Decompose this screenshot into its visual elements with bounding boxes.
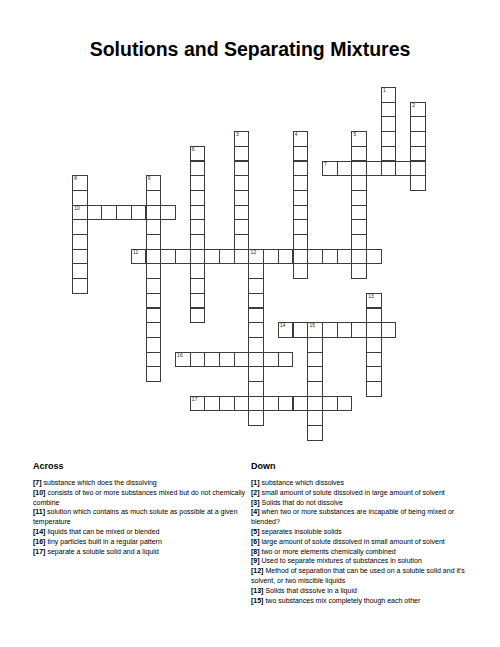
grid-cell[interactable] (410, 116, 426, 132)
grid-cell[interactable] (307, 410, 323, 426)
grid-cell[interactable] (307, 381, 323, 397)
grid-cell[interactable] (293, 396, 309, 412)
grid-cell[interactable] (381, 131, 397, 147)
clue-number: 16 (177, 353, 183, 358)
grid-cell[interactable]: 14 (278, 322, 294, 338)
grid-cell[interactable] (234, 175, 250, 191)
clue-text: Used to separate mixtures of substances … (262, 557, 422, 564)
grid-cell[interactable] (219, 249, 235, 265)
clue-number: 4 (295, 132, 298, 137)
clue-3: [3] Solids that do not dissolve (251, 498, 471, 508)
grid-cell[interactable] (190, 249, 206, 265)
grid-cell[interactable] (234, 352, 250, 368)
grid-cell[interactable]: 7 (322, 161, 338, 177)
grid-cell[interactable] (351, 146, 367, 162)
grid-cell[interactable] (293, 175, 309, 191)
grid-cell[interactable] (248, 337, 264, 353)
grid-cell[interactable] (234, 234, 250, 250)
clue-number: 3 (236, 132, 239, 137)
clue-16: [16] tiny particles built in a regular p… (33, 537, 246, 547)
clue-text: liquids that can be mixed or blended (47, 528, 159, 535)
grid-cell[interactable]: 17 (190, 396, 206, 412)
grid-cell[interactable] (234, 146, 250, 162)
clue-text: two or more elements chemically combined (262, 548, 396, 555)
clue-label: [16] (33, 538, 45, 545)
clue-text: substance which does the dissolving (44, 479, 157, 486)
clue-text: when two or more substances are incapabl… (251, 508, 454, 525)
clue-number: 11 (133, 250, 138, 255)
grid-cell[interactable] (293, 263, 309, 279)
grid-cell[interactable] (234, 161, 250, 177)
clue-13: [13] Solids that dissolve in a liquid (251, 586, 471, 596)
grid-cell[interactable] (146, 366, 162, 382)
grid-cell[interactable] (307, 337, 323, 353)
grid-cell[interactable] (160, 249, 176, 265)
grid-cell[interactable] (263, 249, 279, 265)
grid-cell[interactable]: 11 (131, 249, 147, 265)
clue-5: [5] separates insoluble solids (251, 527, 471, 537)
clue-15: [15] two substances mix completely thoug… (251, 596, 471, 606)
grid-cell[interactable]: 9 (146, 175, 162, 191)
grid-cell[interactable] (248, 308, 264, 324)
clue-number: 1 (383, 88, 386, 93)
grid-cell[interactable] (381, 116, 397, 132)
clue-label: [10] (33, 489, 45, 496)
grid-cell[interactable] (366, 249, 382, 265)
grid-cell[interactable] (190, 293, 206, 309)
clue-14: [14] liquids that can be mixed or blende… (33, 527, 246, 537)
grid-cell[interactable] (146, 249, 162, 265)
clue-9: [9] Used to separate mixtures of substan… (251, 556, 471, 566)
grid-cell[interactable] (190, 278, 206, 294)
grid-cell[interactable] (351, 190, 367, 206)
grid-cell[interactable] (366, 352, 382, 368)
grid-cell[interactable]: 13 (366, 293, 382, 309)
grid-cell[interactable] (278, 396, 294, 412)
clue-text: Solids that do not dissolve (262, 499, 343, 506)
grid-cell[interactable] (293, 322, 309, 338)
clue-text: substance which dissolves (262, 479, 345, 486)
clue-label: [14] (33, 528, 45, 535)
grid-cell[interactable] (72, 278, 88, 294)
clue-text: Method of separation that can be used on… (251, 567, 465, 584)
clue-number: 15 (309, 323, 315, 328)
grid-cell[interactable] (307, 425, 323, 441)
grid-cell[interactable] (410, 161, 426, 177)
grid-cell[interactable] (234, 190, 250, 206)
clue-8: [8] two or more elements chemically comb… (251, 547, 471, 557)
clue-label: [12] (251, 567, 263, 574)
clue-label: [8] (251, 548, 260, 555)
grid-cell[interactable] (293, 161, 309, 177)
grid-cell[interactable]: 6 (190, 146, 206, 162)
clue-number: 7 (324, 162, 327, 167)
clue-number: 9 (148, 176, 151, 181)
grid-cell[interactable]: 2 (410, 102, 426, 118)
clue-text: two substances mix completely though eac… (265, 597, 420, 604)
grid-cell[interactable] (337, 322, 353, 338)
grid-cell[interactable] (293, 205, 309, 221)
clue-label: [6] (251, 538, 260, 545)
grid-cell[interactable] (72, 234, 88, 250)
clue-number: 13 (368, 294, 374, 299)
clue-number: 6 (192, 147, 195, 152)
clue-text: Solids that dissolve in a liquid (265, 587, 356, 594)
grid-cell[interactable] (337, 396, 353, 412)
clue-number: 12 (251, 250, 257, 255)
grid-cell[interactable] (263, 396, 279, 412)
grid-cell[interactable] (307, 249, 323, 265)
clue-text: solution which contains as much solute a… (33, 508, 237, 525)
grid-cell[interactable] (351, 205, 367, 221)
across-clue-list: [7] substance which does the dissolving[… (33, 478, 246, 556)
clue-text: small amount of solute dissolved in larg… (262, 489, 445, 496)
grid-cell[interactable] (234, 205, 250, 221)
clue-text: large amount of solute dissolved in smal… (262, 538, 445, 545)
grid-cell[interactable] (307, 366, 323, 382)
grid-cell[interactable] (101, 205, 117, 221)
grid-cell[interactable] (146, 219, 162, 235)
grid-cell[interactable] (248, 396, 264, 412)
grid-cell[interactable] (366, 322, 382, 338)
grid-cell[interactable] (190, 308, 206, 324)
grid-cell[interactable] (337, 161, 353, 177)
clue-17: [17] separate a soluble solid and a liqu… (33, 547, 246, 557)
clue-12: [12] Method of separation that can be us… (251, 566, 471, 586)
grid-cell[interactable]: 4 (293, 131, 309, 147)
grid-cell[interactable] (190, 161, 206, 177)
clue-label: [5] (251, 528, 260, 535)
grid-cell[interactable] (381, 161, 397, 177)
grid-cell[interactable] (351, 234, 367, 250)
grid-cell[interactable] (219, 352, 235, 368)
grid-cell[interactable] (190, 219, 206, 235)
grid-cell[interactable] (146, 293, 162, 309)
grid-cell[interactable]: 10 (72, 205, 88, 221)
across-header: Across (33, 461, 246, 471)
grid-cell[interactable] (248, 293, 264, 309)
grid-cell[interactable] (190, 234, 206, 250)
grid-cell[interactable] (351, 219, 367, 235)
grid-cell[interactable] (146, 205, 162, 221)
grid-cell[interactable] (293, 249, 309, 265)
grid-cell[interactable] (381, 322, 397, 338)
grid-cell[interactable] (146, 352, 162, 368)
grid-cell[interactable] (72, 190, 88, 206)
clue-label: [3] (251, 499, 260, 506)
clue-text: consists of two or more substances mixed… (33, 489, 245, 506)
grid-cell[interactable] (278, 352, 294, 368)
clue-text: separate a soluble solid and a liquid (47, 548, 158, 555)
clue-11: [11] solution which contains as much sol… (33, 507, 246, 527)
grid-cell[interactable] (72, 219, 88, 235)
grid-cell[interactable] (381, 146, 397, 162)
clue-label: [4] (251, 508, 260, 515)
grid-cell[interactable] (204, 352, 220, 368)
grid-cell[interactable] (190, 263, 206, 279)
grid-cell[interactable] (366, 161, 382, 177)
clue-number: 8 (74, 176, 77, 181)
clue-label: [2] (251, 489, 260, 496)
grid-cell[interactable] (366, 337, 382, 353)
grid-cell[interactable] (190, 352, 206, 368)
grid-cell[interactable] (351, 249, 367, 265)
grid-cell[interactable]: 15 (307, 322, 323, 338)
grid-cell[interactable] (146, 234, 162, 250)
grid-cell[interactable] (307, 396, 323, 412)
clue-label: [7] (33, 479, 42, 486)
grid-cell[interactable] (190, 205, 206, 221)
grid-cell[interactable] (322, 322, 338, 338)
grid-cell[interactable] (351, 263, 367, 279)
grid-cell[interactable]: 12 (248, 249, 264, 265)
grid-cell[interactable] (146, 263, 162, 279)
grid-cell[interactable] (366, 366, 382, 382)
grid-cell[interactable] (278, 249, 294, 265)
grid-cell[interactable] (190, 175, 206, 191)
grid-cell[interactable] (395, 161, 411, 177)
crossword-grid: 1234567891011121314151617 (72, 87, 426, 441)
grid-cell[interactable] (131, 205, 147, 221)
grid-cell[interactable] (234, 396, 250, 412)
clue-number: 2 (412, 103, 415, 108)
grid-cell[interactable]: 3 (234, 131, 250, 147)
clue-label: [9] (251, 557, 260, 564)
grid-cell[interactable] (146, 322, 162, 338)
grid-cell[interactable]: 1 (381, 87, 397, 103)
clue-label: [1] (251, 479, 260, 486)
down-header: Down (251, 461, 471, 471)
grid-cell[interactable] (307, 352, 323, 368)
grid-cell[interactable] (116, 205, 132, 221)
grid-cell[interactable]: 5 (351, 131, 367, 147)
grid-cell[interactable] (366, 308, 382, 324)
clue-10: [10] consists of two or more substances … (33, 488, 246, 508)
clue-number: 10 (74, 206, 80, 211)
puzzle-page: Solutions and Separating Mixtures 123456… (0, 0, 500, 647)
grid-cell[interactable] (410, 175, 426, 191)
grid-cell[interactable] (248, 381, 264, 397)
grid-cell[interactable] (322, 396, 338, 412)
grid-cell[interactable] (248, 263, 264, 279)
clue-2: [2] small amount of solute dissolved in … (251, 488, 471, 498)
clue-text: separates insoluble solids (262, 528, 342, 535)
grid-cell[interactable] (248, 352, 264, 368)
grid-cell[interactable] (351, 175, 367, 191)
grid-cell[interactable] (248, 278, 264, 294)
grid-cell[interactable] (160, 205, 176, 221)
grid-cell[interactable] (190, 190, 206, 206)
clue-1: [1] substance which dissolves (251, 478, 471, 488)
grid-cell[interactable] (146, 278, 162, 294)
grid-cell[interactable] (248, 410, 264, 426)
grid-cell[interactable] (248, 366, 264, 382)
grid-cell[interactable] (293, 190, 309, 206)
clue-label: [15] (251, 597, 263, 604)
grid-cell[interactable] (293, 146, 309, 162)
grid-cell[interactable] (293, 219, 309, 235)
clue-number: 14 (280, 323, 286, 328)
down-clue-list: [1] substance which dissolves[2] small a… (251, 478, 471, 605)
grid-cell[interactable] (204, 249, 220, 265)
down-clues-section: Down [1] substance which dissolves[2] sm… (251, 461, 471, 605)
grid-cell[interactable] (87, 205, 103, 221)
grid-cell[interactable] (351, 322, 367, 338)
clue-label: [11] (33, 508, 45, 515)
clue-number: 5 (353, 132, 356, 137)
grid-cell[interactable] (337, 249, 353, 265)
grid-cell[interactable] (263, 352, 279, 368)
clue-4: [4] when two or more substances are inca… (251, 507, 471, 527)
grid-cell[interactable] (234, 219, 250, 235)
grid-cell[interactable] (146, 308, 162, 324)
grid-cell[interactable] (248, 322, 264, 338)
grid-cell[interactable] (410, 131, 426, 147)
clue-text: tiny particles built in a regular patter… (47, 538, 161, 545)
grid-cell[interactable] (351, 161, 367, 177)
clue-number: 17 (192, 397, 198, 402)
clue-label: [13] (251, 587, 263, 594)
grid-cell[interactable] (410, 146, 426, 162)
clue-label: [17] (33, 548, 45, 555)
grid-cell[interactable] (293, 234, 309, 250)
puzzle-title: Solutions and Separating Mixtures (0, 38, 500, 61)
grid-cell[interactable] (219, 396, 235, 412)
grid-cell[interactable] (204, 396, 220, 412)
grid-cell[interactable] (146, 190, 162, 206)
clue-6: [6] large amount of solute dissolved in … (251, 537, 471, 547)
grid-cell[interactable] (234, 249, 250, 265)
grid-cell[interactable] (72, 249, 88, 265)
grid-cell[interactable] (366, 381, 382, 397)
grid-cell[interactable] (72, 263, 88, 279)
clue-7: [7] substance which does the dissolving (33, 478, 246, 488)
grid-cell[interactable] (146, 337, 162, 353)
grid-cell[interactable] (322, 249, 338, 265)
grid-cell[interactable] (175, 249, 191, 265)
grid-cell[interactable] (381, 102, 397, 118)
grid-cell[interactable]: 8 (72, 175, 88, 191)
grid-cell[interactable]: 16 (175, 352, 191, 368)
across-clues-section: Across [7] substance which does the diss… (33, 461, 246, 556)
